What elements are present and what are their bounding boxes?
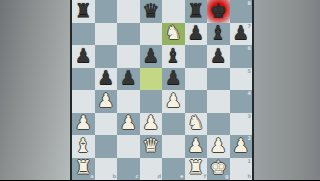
black-pawn-b5[interactable]: ♟ (97, 68, 114, 87)
square-a5[interactable] (72, 68, 95, 91)
white-pawn-b4[interactable]: ♟ (97, 91, 114, 110)
black-pawn-a6[interactable]: ♟ (75, 46, 92, 65)
square-c1[interactable]: c (117, 158, 140, 181)
white-rook-f1[interactable]: ♜ (187, 158, 204, 177)
white-pawn-g2[interactable]: ♟ (210, 136, 227, 155)
square-e6[interactable]: ♝ (162, 45, 185, 68)
square-g4[interactable] (207, 90, 230, 113)
square-h7[interactable]: ♟7 (230, 23, 253, 46)
square-f7[interactable]: ♟ (185, 23, 208, 46)
background-right-bar (254, 0, 320, 180)
square-c4[interactable] (117, 90, 140, 113)
square-c2[interactable] (117, 135, 140, 158)
square-f2[interactable]: ♟ (185, 135, 208, 158)
file-label-e: e (180, 174, 183, 179)
black-rook-f8[interactable]: ♜ (187, 1, 204, 20)
square-g3[interactable] (207, 113, 230, 136)
square-f1[interactable]: ♜f (185, 158, 208, 181)
square-d8[interactable]: ♛ (140, 0, 163, 23)
white-queen-d2[interactable]: ♛ (142, 136, 159, 155)
square-e1[interactable]: e (162, 158, 185, 181)
rank-label-4: 4 (248, 91, 251, 96)
square-b7[interactable] (95, 23, 118, 46)
file-label-g: g (225, 174, 229, 179)
square-f3[interactable]: ♞ (185, 113, 208, 136)
file-label-b: b (112, 174, 116, 179)
black-pawn-f7[interactable]: ♟ (187, 23, 204, 42)
square-d2[interactable]: ♛ (140, 135, 163, 158)
square-e7[interactable]: ♞ (162, 23, 185, 46)
square-b2[interactable] (95, 135, 118, 158)
square-g6[interactable]: ♟ (207, 45, 230, 68)
square-c5[interactable]: ♟ (117, 68, 140, 91)
square-e3[interactable] (162, 113, 185, 136)
square-g1[interactable]: ♚g (207, 158, 230, 181)
square-c7[interactable] (117, 23, 140, 46)
square-g5[interactable] (207, 68, 230, 91)
square-e4[interactable]: ♟ (162, 90, 185, 113)
square-b6[interactable] (95, 45, 118, 68)
square-d7[interactable] (140, 23, 163, 46)
square-a3[interactable]: ♟ (72, 113, 95, 136)
square-b5[interactable]: ♟ (95, 68, 118, 91)
square-g8[interactable]: ♚ (207, 0, 230, 23)
rank-label-2: 2 (248, 136, 251, 141)
square-h1[interactable]: 1h (230, 158, 253, 181)
square-h4[interactable]: 4 (230, 90, 253, 113)
rank-label-1: 1 (248, 159, 251, 164)
square-h8[interactable]: 8 (230, 0, 253, 23)
file-label-d: d (157, 174, 161, 179)
white-pawn-c3[interactable]: ♟ (120, 113, 137, 132)
square-c3[interactable]: ♟ (117, 113, 140, 136)
square-a4[interactable] (72, 90, 95, 113)
black-rook-a8[interactable]: ♜ (75, 1, 92, 20)
square-h2[interactable]: ♟2 (230, 135, 253, 158)
white-knight-e7[interactable]: ♞ (165, 23, 182, 42)
square-f8[interactable]: ♜ (185, 0, 208, 23)
square-d3[interactable]: ♟ (140, 113, 163, 136)
square-d1[interactable]: d (140, 158, 163, 181)
white-bishop-a2[interactable]: ♝ (75, 136, 92, 155)
black-pawn-e5[interactable]: ♟ (165, 68, 182, 87)
black-pawn-d6[interactable]: ♟ (142, 46, 159, 65)
black-bishop-e6[interactable]: ♝ (165, 46, 182, 65)
square-d4[interactable] (140, 90, 163, 113)
square-f5[interactable] (185, 68, 208, 91)
black-bishop-g7[interactable]: ♝ (210, 23, 227, 42)
square-a8[interactable]: ♜ (72, 0, 95, 23)
square-a6[interactable]: ♟ (72, 45, 95, 68)
white-pawn-a3[interactable]: ♟ (75, 113, 92, 132)
square-b8[interactable] (95, 0, 118, 23)
square-h6[interactable]: 6 (230, 45, 253, 68)
file-label-c: c (136, 174, 139, 179)
square-g2[interactable]: ♟ (207, 135, 230, 158)
screenshot-stage: ♜♛♜♚8♞♟♝♟7♟♟♝♟6♟♟♟5♟♟4♟♟♟♞3♝♛♟♟♟2♜abcde♜… (0, 0, 320, 180)
white-pawn-e4[interactable]: ♟ (165, 91, 182, 110)
file-label-f: f (204, 174, 206, 179)
white-pawn-f2[interactable]: ♟ (187, 136, 204, 155)
black-queen-d8[interactable]: ♛ (142, 1, 159, 20)
square-h3[interactable]: 3 (230, 113, 253, 136)
white-knight-f3[interactable]: ♞ (187, 113, 204, 132)
square-e8[interactable] (162, 0, 185, 23)
rank-label-5: 5 (248, 69, 251, 74)
square-b4[interactable]: ♟ (95, 90, 118, 113)
white-pawn-d3[interactable]: ♟ (142, 113, 159, 132)
black-king-g8[interactable]: ♚ (210, 1, 227, 20)
chess-board[interactable]: ♜♛♜♚8♞♟♝♟7♟♟♝♟6♟♟♟5♟♟4♟♟♟♞3♝♛♟♟♟2♜abcde♜… (70, 0, 254, 180)
square-f4[interactable] (185, 90, 208, 113)
square-c8[interactable] (117, 0, 140, 23)
square-h5[interactable]: 5 (230, 68, 253, 91)
rank-label-3: 3 (248, 114, 251, 119)
square-a2[interactable]: ♝ (72, 135, 95, 158)
square-d5[interactable] (140, 68, 163, 91)
rank-label-8: 8 (248, 1, 251, 6)
square-f6[interactable] (185, 45, 208, 68)
square-b3[interactable] (95, 113, 118, 136)
rank-label-6: 6 (248, 46, 251, 51)
square-c6[interactable] (117, 45, 140, 68)
file-label-h: h (247, 174, 251, 179)
square-a1[interactable]: ♜a (72, 158, 95, 181)
background-left-bar (0, 0, 70, 180)
square-a7[interactable] (72, 23, 95, 46)
square-d6[interactable]: ♟ (140, 45, 163, 68)
black-pawn-c5[interactable]: ♟ (120, 68, 137, 87)
rank-label-7: 7 (248, 24, 251, 29)
square-b1[interactable]: b (95, 158, 118, 181)
file-label-a: a (90, 174, 93, 179)
square-e5[interactable]: ♟ (162, 68, 185, 91)
black-pawn-g6[interactable]: ♟ (210, 46, 227, 65)
square-g7[interactable]: ♝ (207, 23, 230, 46)
square-e2[interactable] (162, 135, 185, 158)
